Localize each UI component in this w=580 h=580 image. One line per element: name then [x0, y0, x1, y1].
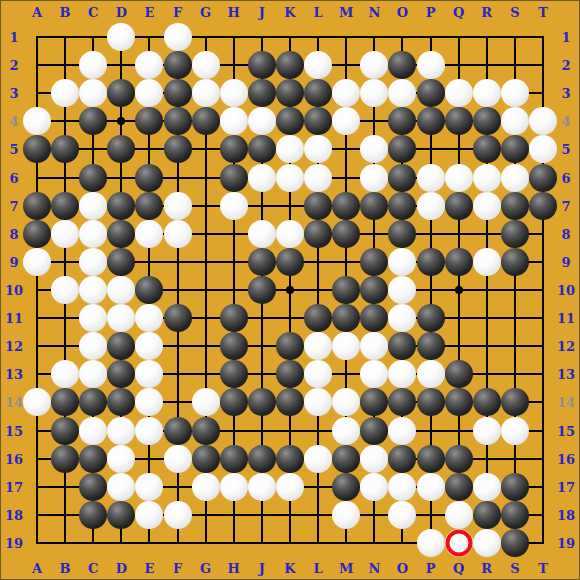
column-label-bottom: H [228, 562, 240, 575]
column-label-top: L [314, 6, 323, 19]
row-label-right: 1 [561, 31, 570, 44]
row-label-right: 7 [561, 199, 570, 212]
row-label-left: 15 [5, 424, 23, 437]
column-label-top: O [397, 6, 408, 19]
go-board[interactable]: AABBCCDDEEFFGGHHJJKKLLMMNNOOPPQQRRSSTT11… [0, 0, 580, 580]
column-label-top: C [88, 6, 98, 19]
row-label-right: 13 [557, 368, 575, 381]
column-label-top: M [339, 6, 353, 19]
row-label-left: 12 [5, 340, 23, 353]
row-label-left: 7 [9, 199, 18, 212]
row-label-left: 19 [5, 537, 23, 550]
column-label-bottom: Q [453, 562, 464, 575]
row-label-left: 18 [5, 508, 23, 521]
row-label-right: 5 [561, 143, 570, 156]
row-label-left: 2 [9, 59, 18, 72]
row-label-right: 3 [561, 87, 570, 100]
column-label-top: T [538, 6, 548, 19]
column-label-bottom: M [339, 562, 353, 575]
row-label-right: 11 [557, 312, 575, 325]
column-label-bottom: S [510, 562, 519, 575]
column-label-bottom: T [538, 562, 548, 575]
column-label-top: H [228, 6, 240, 19]
column-label-top: R [481, 6, 492, 19]
column-label-bottom: K [284, 562, 295, 575]
row-label-left: 9 [9, 255, 18, 268]
row-label-right: 9 [561, 255, 570, 268]
column-label-bottom: R [481, 562, 492, 575]
row-label-left: 16 [5, 452, 23, 465]
row-label-right: 4 [561, 115, 570, 128]
column-label-bottom: E [144, 562, 154, 575]
column-label-bottom: J [259, 562, 265, 575]
row-label-right: 6 [561, 171, 570, 184]
column-label-bottom: A [32, 562, 42, 575]
column-label-bottom: G [200, 562, 211, 575]
row-label-right: 16 [557, 452, 575, 465]
row-label-right: 18 [557, 508, 575, 521]
row-label-right: 19 [557, 537, 575, 550]
row-label-left: 5 [9, 143, 18, 156]
column-label-bottom: F [173, 562, 182, 575]
row-label-right: 15 [557, 424, 575, 437]
row-label-right: 17 [557, 480, 575, 493]
column-label-top: D [116, 6, 127, 19]
column-label-top: J [259, 6, 265, 19]
column-label-bottom: B [60, 562, 71, 575]
column-label-bottom: L [314, 562, 323, 575]
column-label-bottom: O [397, 562, 408, 575]
column-label-top: A [32, 6, 42, 19]
column-label-top: Q [453, 6, 464, 19]
column-label-top: F [173, 6, 182, 19]
row-label-left: 11 [5, 312, 23, 325]
column-label-top: G [200, 6, 211, 19]
row-label-right: 12 [557, 340, 575, 353]
row-label-left: 6 [9, 171, 18, 184]
row-label-left: 10 [5, 284, 23, 297]
coordinate-labels: AABBCCDDEEFFGGHHJJKKLLMMNNOOPPQQRRSSTT11… [0, 0, 580, 580]
column-label-top: P [426, 6, 436, 19]
column-label-bottom: P [426, 562, 436, 575]
row-label-left: 3 [9, 87, 18, 100]
row-label-left: 8 [9, 227, 18, 240]
row-label-right: 14 [557, 396, 575, 409]
column-label-top: S [510, 6, 519, 19]
column-label-top: B [60, 6, 71, 19]
column-label-bottom: C [88, 562, 98, 575]
row-label-left: 17 [5, 480, 23, 493]
column-label-top: E [144, 6, 154, 19]
row-label-right: 8 [561, 227, 570, 240]
row-label-left: 14 [5, 396, 23, 409]
column-label-top: K [284, 6, 295, 19]
row-label-right: 2 [561, 59, 570, 72]
column-label-bottom: D [116, 562, 127, 575]
row-label-left: 1 [9, 31, 18, 44]
column-label-bottom: N [368, 562, 380, 575]
row-label-left: 4 [9, 115, 18, 128]
row-label-left: 13 [5, 368, 23, 381]
row-label-right: 10 [557, 284, 575, 297]
column-label-top: N [368, 6, 380, 19]
